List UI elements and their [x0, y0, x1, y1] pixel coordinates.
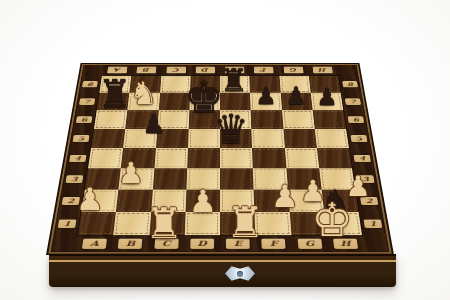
photo-background: ABCDEFGH 87654321 87654321 ABCDEFGH ♜♞♟♟…: [0, 0, 450, 300]
near-file-label-text: F: [262, 239, 286, 249]
square-c4[interactable]: [154, 148, 188, 168]
piece-white-rook-c1[interactable]: ♜: [145, 203, 183, 245]
far-file-label-text: C: [166, 67, 186, 74]
piece-white-pawn-f2[interactable]: ♟: [271, 181, 299, 212]
piece-black-rook-e8[interactable]: ♜: [220, 65, 248, 96]
right-rank-label-1: 1: [359, 212, 386, 235]
piece-black-pawn-b6[interactable]: ♟: [142, 111, 165, 137]
near-file-label-text: D: [190, 239, 214, 249]
far-file-label-text: G: [283, 67, 303, 74]
near-file-label-text: B: [118, 239, 143, 249]
near-file-label-text: A: [82, 239, 107, 249]
piece-black-queen-e5[interactable]: ♛: [213, 109, 249, 149]
square-f4[interactable]: [252, 148, 286, 168]
square-h5[interactable]: [315, 129, 349, 148]
piece-black-pawn-f7[interactable]: ♟: [255, 84, 277, 108]
left-rank-label-text: 7: [79, 98, 95, 104]
left-rank-label-text: 1: [58, 219, 77, 227]
far-file-label-g: G: [278, 65, 308, 75]
square-f6[interactable]: [251, 110, 283, 128]
left-rank-label-text: 4: [69, 154, 86, 161]
square-g6[interactable]: [282, 110, 315, 128]
right-rank-label-text: 4: [353, 154, 370, 161]
left-rank-label-text: 5: [73, 135, 90, 142]
near-file-label-b: B: [112, 236, 149, 252]
right-rank-label-text: 6: [348, 116, 365, 123]
piece-black-pawn-h7[interactable]: ♟: [316, 85, 338, 109]
clasp-icon: [225, 265, 255, 282]
right-rank-label-text: 8: [342, 81, 358, 87]
far-file-label-text: F: [254, 67, 274, 74]
right-rank-label-7: 7: [341, 93, 364, 111]
near-file-label-d: D: [184, 236, 220, 252]
far-file-label-f: F: [249, 65, 279, 75]
piece-white-pawn-b3[interactable]: ♟: [118, 159, 144, 188]
box-front-edge: [49, 254, 396, 287]
far-file-label-text: B: [137, 67, 157, 74]
square-g4[interactable]: [284, 148, 319, 168]
square-a5[interactable]: [91, 129, 125, 148]
left-rank-label-5: 5: [69, 129, 93, 148]
piece-white-pawn-a2[interactable]: ♟: [76, 184, 104, 215]
near-file-label-a: A: [76, 236, 114, 252]
right-rank-label-6: 6: [344, 110, 368, 128]
right-rank-label-4: 4: [350, 148, 375, 168]
square-h4[interactable]: [317, 148, 352, 168]
left-rank-label-4: 4: [65, 148, 90, 168]
left-rank-label-6: 6: [72, 110, 96, 128]
square-g5[interactable]: [283, 129, 317, 148]
square-c3[interactable]: [152, 168, 187, 189]
left-rank-label-text: 8: [82, 81, 98, 87]
square-f5[interactable]: [252, 129, 285, 148]
square-h6[interactable]: [312, 110, 346, 128]
far-file-label-text: H: [312, 67, 332, 74]
right-rank-label-text: 5: [350, 135, 367, 142]
piece-white-pawn-d2[interactable]: ♟: [189, 186, 217, 217]
right-rank-label-5: 5: [347, 129, 371, 148]
right-rank-label-text: 7: [345, 98, 361, 104]
piece-black-rook-a7[interactable]: ♜: [98, 75, 132, 113]
right-rank-label-8: 8: [339, 76, 362, 93]
piece-white-rook-e1[interactable]: ♜: [226, 202, 264, 244]
right-rank-label-text: 1: [363, 219, 382, 227]
far-file-label-b: B: [131, 65, 161, 75]
left-rank-label-7: 7: [75, 93, 98, 111]
piece-white-knight-b7[interactable]: ♞: [130, 78, 158, 109]
piece-white-king-g1[interactable]: ♚: [311, 197, 352, 243]
square-e3[interactable]: [220, 168, 254, 189]
left-rank-label-text: 6: [76, 116, 93, 123]
far-file-label-h: H: [307, 65, 338, 75]
piece-black-pawn-g7[interactable]: ♟: [285, 84, 307, 108]
